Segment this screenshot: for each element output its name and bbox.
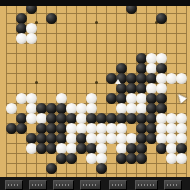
white-stone bbox=[136, 93, 147, 104]
black-stone bbox=[136, 143, 147, 154]
white-stone bbox=[126, 93, 137, 104]
black-stone bbox=[156, 103, 167, 114]
black-stone bbox=[76, 133, 87, 144]
white-stone bbox=[26, 113, 37, 124]
white-stone bbox=[86, 153, 97, 164]
white-stone bbox=[136, 103, 147, 114]
white-stone bbox=[66, 143, 77, 154]
white-stone bbox=[176, 153, 187, 164]
white-stone bbox=[96, 123, 107, 134]
white-stone bbox=[86, 93, 97, 104]
button-label bbox=[56, 184, 71, 186]
white-stone bbox=[146, 63, 157, 74]
black-stone bbox=[96, 113, 107, 124]
black-stone bbox=[156, 93, 167, 104]
black-stone bbox=[26, 133, 37, 144]
white-stone bbox=[156, 53, 167, 64]
white-stone bbox=[96, 133, 107, 144]
triangle-marker-icon bbox=[115, 79, 121, 84]
black-stone bbox=[46, 133, 57, 144]
white-stone bbox=[86, 133, 97, 144]
white-stone bbox=[106, 123, 117, 134]
black-stone bbox=[136, 73, 147, 84]
black-stone bbox=[146, 103, 157, 114]
black-stone bbox=[36, 133, 47, 144]
white-stone bbox=[76, 123, 87, 134]
white-stone bbox=[56, 93, 67, 104]
white-stone bbox=[116, 143, 127, 154]
toolbar bbox=[0, 177, 190, 190]
black-stone bbox=[136, 63, 147, 74]
black-stone bbox=[16, 23, 27, 34]
black-stone bbox=[126, 73, 137, 84]
white-stone bbox=[26, 33, 37, 44]
black-stone bbox=[56, 123, 67, 134]
black-stone bbox=[106, 113, 117, 124]
star-point bbox=[35, 21, 38, 24]
white-stone bbox=[166, 123, 177, 134]
black-stone bbox=[56, 113, 67, 124]
black-stone bbox=[146, 113, 157, 124]
white-stone bbox=[66, 103, 77, 114]
black-stone bbox=[126, 143, 137, 154]
white-stone bbox=[146, 83, 157, 94]
white-stone bbox=[116, 123, 127, 134]
black-stone bbox=[56, 133, 67, 144]
black-stone bbox=[46, 163, 57, 174]
white-stone bbox=[76, 103, 87, 114]
white-stone bbox=[76, 113, 87, 124]
white-stone bbox=[6, 103, 17, 114]
black-stone bbox=[6, 123, 17, 134]
white-stone bbox=[26, 93, 37, 104]
black-stone bbox=[156, 13, 167, 24]
black-stone bbox=[106, 93, 117, 104]
white-stone bbox=[26, 143, 37, 154]
white-stone bbox=[116, 133, 127, 144]
black-stone bbox=[86, 143, 97, 154]
white-stone bbox=[146, 53, 157, 64]
white-stone bbox=[96, 153, 107, 164]
black-stone bbox=[46, 13, 57, 24]
white-stone bbox=[176, 113, 187, 124]
button-label bbox=[32, 184, 44, 186]
black-stone bbox=[146, 93, 157, 104]
white-stone bbox=[166, 73, 177, 84]
black-stone bbox=[46, 103, 57, 114]
black-stone bbox=[16, 113, 27, 124]
white-stone bbox=[166, 153, 177, 164]
black-stone bbox=[66, 113, 77, 124]
black-stone bbox=[16, 123, 27, 134]
black-stone bbox=[116, 113, 127, 124]
white-stone bbox=[176, 123, 187, 134]
black-stone bbox=[176, 143, 187, 154]
white-stone bbox=[126, 103, 137, 114]
grid-line bbox=[6, 173, 187, 174]
white-stone bbox=[26, 103, 37, 114]
go-client-window bbox=[0, 0, 190, 190]
black-stone bbox=[126, 153, 137, 164]
black-stone bbox=[136, 113, 147, 124]
black-stone bbox=[146, 123, 157, 134]
button-label bbox=[8, 184, 20, 186]
white-stone bbox=[56, 143, 67, 154]
black-stone bbox=[136, 153, 147, 164]
go-board[interactable] bbox=[0, 0, 190, 177]
button-3[interactable] bbox=[53, 180, 74, 190]
black-stone bbox=[56, 153, 67, 164]
black-stone bbox=[36, 143, 47, 154]
black-stone bbox=[66, 153, 77, 164]
white-stone bbox=[16, 93, 27, 104]
black-stone bbox=[16, 13, 27, 24]
black-stone bbox=[146, 73, 157, 84]
black-stone bbox=[56, 103, 67, 114]
black-stone bbox=[36, 103, 47, 114]
black-stone bbox=[116, 153, 127, 164]
white-stone bbox=[166, 113, 177, 124]
black-stone bbox=[156, 63, 167, 74]
black-stone bbox=[126, 113, 137, 124]
button-label bbox=[138, 184, 155, 186]
white-stone bbox=[36, 113, 47, 124]
white-stone bbox=[156, 73, 167, 84]
white-stone bbox=[96, 143, 107, 154]
black-stone bbox=[46, 143, 57, 154]
button-label bbox=[167, 184, 179, 186]
white-stone bbox=[66, 133, 77, 144]
star-point bbox=[95, 81, 98, 84]
black-stone bbox=[116, 93, 127, 104]
white-stone bbox=[86, 123, 97, 134]
button-label bbox=[112, 184, 124, 186]
white-stone bbox=[26, 23, 37, 34]
black-stone bbox=[96, 163, 107, 174]
black-stone bbox=[136, 83, 147, 94]
white-stone bbox=[156, 133, 167, 144]
white-stone bbox=[16, 33, 27, 44]
black-stone bbox=[126, 83, 137, 94]
black-stone bbox=[156, 143, 167, 154]
star-point bbox=[35, 81, 38, 84]
white-stone bbox=[166, 143, 177, 154]
button-4[interactable] bbox=[80, 180, 101, 190]
white-stone bbox=[106, 133, 117, 144]
white-stone bbox=[156, 113, 167, 124]
button-6[interactable] bbox=[135, 180, 158, 190]
grid-line bbox=[6, 6, 7, 177]
black-stone bbox=[86, 113, 97, 124]
button-1[interactable] bbox=[5, 180, 23, 190]
white-stone bbox=[156, 83, 167, 94]
white-stone bbox=[86, 103, 97, 114]
white-stone bbox=[166, 133, 177, 144]
white-stone bbox=[156, 123, 167, 134]
black-stone bbox=[116, 63, 127, 74]
black-stone bbox=[136, 123, 147, 134]
white-stone bbox=[176, 133, 187, 144]
button-2[interactable] bbox=[29, 180, 47, 190]
black-stone bbox=[36, 123, 47, 134]
black-stone bbox=[136, 53, 147, 64]
white-stone bbox=[66, 123, 77, 134]
black-stone bbox=[46, 123, 57, 134]
button-7[interactable] bbox=[164, 180, 182, 190]
black-stone bbox=[116, 83, 127, 94]
black-stone bbox=[46, 113, 57, 124]
button-label bbox=[83, 184, 98, 186]
white-stone bbox=[176, 73, 187, 84]
black-stone bbox=[146, 133, 157, 144]
white-stone bbox=[126, 133, 137, 144]
button-5[interactable] bbox=[109, 180, 127, 190]
top-bar bbox=[0, 0, 190, 6]
black-stone bbox=[136, 133, 147, 144]
black-stone bbox=[76, 143, 87, 154]
star-point bbox=[95, 21, 98, 24]
white-stone bbox=[116, 103, 127, 114]
